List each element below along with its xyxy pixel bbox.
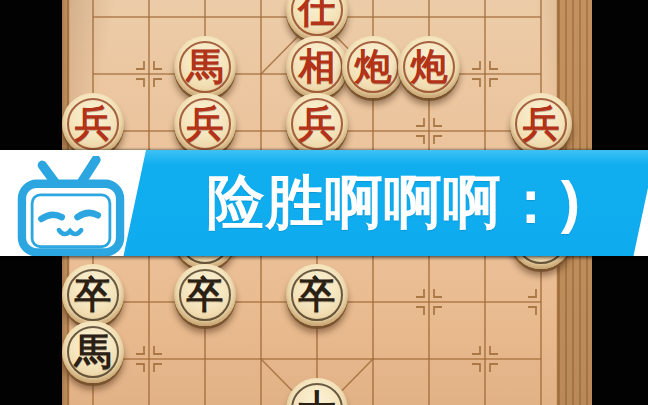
bilibili-logo-box — [6, 156, 136, 256]
piece-character: 仕 — [299, 0, 336, 28]
piece-red-elephant[interactable]: 相 — [286, 36, 348, 98]
piece-black-soldier[interactable]: 卒 — [174, 264, 236, 326]
caption-banner: 险胜啊啊啊：) — [0, 150, 648, 256]
piece-character: 卒 — [75, 276, 112, 313]
piece-red-soldier[interactable]: 兵 — [62, 93, 124, 155]
piece-character: 兵 — [187, 105, 224, 142]
video-frame: 仕馬相炮炮兵兵兵兵象卒卒卒卒馬士 险胜啊啊啊：) — [0, 0, 648, 405]
piece-character: 兵 — [523, 105, 560, 142]
piece-character: 卒 — [187, 276, 224, 313]
piece-character: 兵 — [299, 105, 336, 142]
piece-black-soldier[interactable]: 卒 — [62, 264, 124, 326]
tv-antenna-right — [81, 160, 96, 183]
piece-character: 炮 — [355, 48, 392, 85]
piece-character: 士 — [299, 390, 336, 405]
piece-black-soldier[interactable]: 卒 — [286, 264, 348, 326]
piece-character: 兵 — [75, 105, 112, 142]
piece-character: 馬 — [75, 333, 112, 370]
piece-red-cannon[interactable]: 炮 — [342, 36, 404, 98]
piece-red-horse[interactable]: 馬 — [174, 36, 236, 98]
caption-text: 险胜啊啊啊：) — [150, 150, 638, 256]
piece-black-horse[interactable]: 馬 — [62, 321, 124, 383]
piece-red-cannon[interactable]: 炮 — [398, 36, 460, 98]
piece-character: 卒 — [299, 276, 336, 313]
tv-mouth — [59, 230, 81, 234]
piece-red-soldier[interactable]: 兵 — [286, 93, 348, 155]
piece-character: 炮 — [411, 48, 448, 85]
piece-character: 相 — [299, 48, 336, 85]
piece-red-soldier[interactable]: 兵 — [510, 93, 572, 155]
bilibili-tv-icon — [6, 156, 136, 256]
piece-character: 馬 — [187, 48, 224, 85]
piece-red-soldier[interactable]: 兵 — [174, 93, 236, 155]
